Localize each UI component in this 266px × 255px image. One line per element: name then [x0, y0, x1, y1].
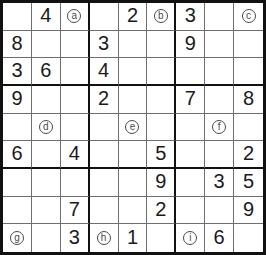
- cell-r4c4[interactable]: 2: [90, 86, 119, 114]
- cell-r4c6[interactable]: [147, 86, 176, 114]
- cell-r2c3[interactable]: [61, 31, 90, 59]
- cell-r5c2[interactable]: d: [32, 114, 61, 142]
- given-digit: 9: [11, 88, 22, 108]
- cell-r5c8[interactable]: f: [205, 114, 234, 142]
- cell-r6c5[interactable]: [119, 141, 148, 169]
- given-digit: 3: [11, 60, 22, 80]
- given-digit: 7: [69, 199, 80, 219]
- cell-r7c5[interactable]: [119, 169, 148, 197]
- cell-r8c6[interactable]: 2: [147, 197, 176, 225]
- cell-r1c5[interactable]: 2: [119, 3, 148, 31]
- given-digit: 3: [214, 171, 225, 191]
- cell-r7c1[interactable]: [3, 169, 32, 197]
- cell-r5c6[interactable]: [147, 114, 176, 142]
- cell-r8c2[interactable]: [32, 197, 61, 225]
- cell-r9c3[interactable]: 3: [61, 224, 90, 252]
- circled-letter-e: e: [125, 120, 139, 134]
- given-digit: 1: [127, 227, 138, 247]
- cell-r2c8[interactable]: [205, 31, 234, 59]
- given-digit: 2: [98, 88, 109, 108]
- cell-r7c4[interactable]: [90, 169, 119, 197]
- cell-r1c1[interactable]: [3, 3, 32, 31]
- cell-r2c2[interactable]: [32, 31, 61, 59]
- cell-r5c1[interactable]: [3, 114, 32, 142]
- cell-r7c7[interactable]: [176, 169, 205, 197]
- cell-r9c9[interactable]: [234, 224, 263, 252]
- given-digit: 4: [98, 60, 109, 80]
- cell-r8c4[interactable]: [90, 197, 119, 225]
- cell-r7c8[interactable]: 3: [205, 169, 234, 197]
- given-digit: 6: [40, 60, 51, 80]
- cell-r7c9[interactable]: 5: [234, 169, 263, 197]
- given-digit: 9: [185, 33, 196, 53]
- circled-letter-g: g: [10, 231, 24, 245]
- cell-r9c8[interactable]: 6: [205, 224, 234, 252]
- cell-r4c1[interactable]: 9: [3, 86, 32, 114]
- cell-r8c8[interactable]: [205, 197, 234, 225]
- cell-r4c2[interactable]: [32, 86, 61, 114]
- cell-r6c8[interactable]: [205, 141, 234, 169]
- cell-r6c4[interactable]: [90, 141, 119, 169]
- circled-letter-d: d: [39, 120, 53, 134]
- cell-r3c3[interactable]: [61, 58, 90, 86]
- cell-r1c7[interactable]: 3: [176, 3, 205, 31]
- cell-r5c3[interactable]: [61, 114, 90, 142]
- cell-r3c5[interactable]: [119, 58, 148, 86]
- cell-r3c1[interactable]: 3: [3, 58, 32, 86]
- cell-r9c2[interactable]: [32, 224, 61, 252]
- cell-r9c7[interactable]: i: [176, 224, 205, 252]
- cell-r4c9[interactable]: 8: [234, 86, 263, 114]
- cell-r9c4[interactable]: h: [90, 224, 119, 252]
- cell-r6c7[interactable]: [176, 141, 205, 169]
- cell-r2c7[interactable]: 9: [176, 31, 205, 59]
- cell-r8c7[interactable]: [176, 197, 205, 225]
- cell-r9c5[interactable]: 1: [119, 224, 148, 252]
- cell-r7c2[interactable]: [32, 169, 61, 197]
- given-digit: 2: [127, 5, 138, 25]
- circled-letter-c: c: [242, 9, 256, 23]
- cell-r5c5[interactable]: e: [119, 114, 148, 142]
- cell-r5c4[interactable]: [90, 114, 119, 142]
- circled-letter-f: f: [212, 120, 226, 134]
- cell-r6c9[interactable]: 2: [234, 141, 263, 169]
- cell-r3c9[interactable]: [234, 58, 263, 86]
- cell-r6c6[interactable]: 5: [147, 141, 176, 169]
- cell-r1c3[interactable]: a: [61, 3, 90, 31]
- given-digit: 4: [40, 5, 51, 25]
- cell-r1c6[interactable]: b: [147, 3, 176, 31]
- cell-r9c6[interactable]: [147, 224, 176, 252]
- cell-r7c6[interactable]: 9: [147, 169, 176, 197]
- given-digit: 9: [243, 199, 254, 219]
- cell-r2c5[interactable]: [119, 31, 148, 59]
- cell-r6c1[interactable]: 6: [3, 141, 32, 169]
- cell-r8c5[interactable]: [119, 197, 148, 225]
- cell-r4c5[interactable]: [119, 86, 148, 114]
- cell-r7c3[interactable]: [61, 169, 90, 197]
- cell-r4c3[interactable]: [61, 86, 90, 114]
- cell-r8c3[interactable]: 7: [61, 197, 90, 225]
- cell-r5c9[interactable]: [234, 114, 263, 142]
- cell-r2c6[interactable]: [147, 31, 176, 59]
- given-digit: 2: [243, 143, 254, 163]
- cell-r2c9[interactable]: [234, 31, 263, 59]
- cell-r3c7[interactable]: [176, 58, 205, 86]
- cell-r8c9[interactable]: 9: [234, 197, 263, 225]
- sudoku-board: 4a2b3c8393649278def6452935729g3h1i6: [0, 0, 266, 255]
- cell-r3c8[interactable]: [205, 58, 234, 86]
- given-digit: 4: [69, 143, 80, 163]
- circled-letter-h: h: [97, 231, 111, 245]
- cell-r3c2[interactable]: 6: [32, 58, 61, 86]
- given-digit: 8: [11, 33, 22, 53]
- given-digit: 9: [155, 171, 166, 191]
- cell-r2c1[interactable]: 8: [3, 31, 32, 59]
- cell-r1c2[interactable]: 4: [32, 3, 61, 31]
- cell-r1c9[interactable]: c: [234, 3, 263, 31]
- given-digit: 6: [11, 143, 22, 163]
- cell-r4c7[interactable]: 7: [176, 86, 205, 114]
- circled-letter-i: i: [183, 231, 197, 245]
- cell-r6c2[interactable]: [32, 141, 61, 169]
- cell-r8c1[interactable]: [3, 197, 32, 225]
- given-digit: 3: [185, 5, 196, 25]
- given-digit: 3: [69, 227, 80, 247]
- cell-r4c8[interactable]: [205, 86, 234, 114]
- given-digit: 8: [243, 88, 254, 108]
- given-digit: 2: [155, 199, 166, 219]
- cell-r5c7[interactable]: [176, 114, 205, 142]
- given-digit: 5: [155, 143, 166, 163]
- circled-letter-b: b: [154, 9, 168, 23]
- given-digit: 7: [185, 88, 196, 108]
- cell-r2c4[interactable]: 3: [90, 31, 119, 59]
- cell-r3c4[interactable]: 4: [90, 58, 119, 86]
- cell-r1c4[interactable]: [90, 3, 119, 31]
- cell-r6c3[interactable]: 4: [61, 141, 90, 169]
- cell-r9c1[interactable]: g: [3, 224, 32, 252]
- given-digit: 3: [98, 33, 109, 53]
- cell-r3c6[interactable]: [147, 58, 176, 86]
- given-digit: 5: [243, 171, 254, 191]
- given-digit: 6: [214, 227, 225, 247]
- circled-letter-a: a: [67, 9, 81, 23]
- cell-r1c8[interactable]: [205, 3, 234, 31]
